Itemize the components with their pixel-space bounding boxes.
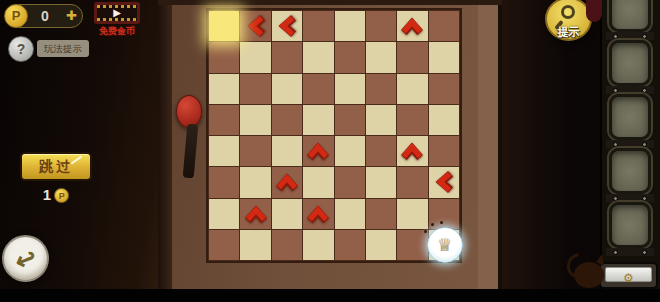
board-cell-r2c1[interactable] bbox=[240, 74, 270, 104]
board-cell-r5c5[interactable] bbox=[366, 167, 396, 197]
howto-hint-label[interactable]: 玩法提示 bbox=[37, 40, 89, 57]
board-cell-r2c3[interactable] bbox=[303, 74, 333, 104]
board-cell-r7c5[interactable] bbox=[366, 230, 396, 260]
board-cell-r2c4[interactable] bbox=[335, 74, 365, 104]
board-cell-r3c5[interactable] bbox=[366, 105, 396, 135]
free-coins-label: 免费金币 bbox=[90, 25, 144, 38]
board-cell-r0c4[interactable] bbox=[335, 11, 365, 41]
board-cell-r3c2[interactable] bbox=[272, 105, 302, 135]
board-cell-r3c0[interactable] bbox=[209, 105, 239, 135]
magnifier-icon bbox=[561, 5, 575, 19]
decor-maroon-shape bbox=[586, 0, 602, 22]
arrow-up-icon bbox=[274, 169, 300, 195]
board-cell-r1c7[interactable] bbox=[429, 42, 459, 72]
board-cell-r7c7[interactable]: ♕ bbox=[429, 230, 459, 260]
board-cell-r1c1[interactable] bbox=[240, 42, 270, 72]
add-coins-button[interactable]: ✚ bbox=[66, 5, 77, 27]
board-cell-r6c6[interactable] bbox=[397, 199, 427, 229]
board-cell-r2c6[interactable] bbox=[397, 74, 427, 104]
inventory-slot-3[interactable] bbox=[609, 94, 651, 140]
board-cell-r6c2[interactable] bbox=[272, 199, 302, 229]
plaque-face: ⚙ bbox=[605, 267, 652, 282]
board-cell-r5c7[interactable] bbox=[429, 167, 459, 197]
door-right-frame bbox=[478, 0, 502, 289]
board-cell-r6c4[interactable] bbox=[335, 199, 365, 229]
crown-icon: ♕ bbox=[437, 234, 452, 255]
board-cell-r4c5[interactable] bbox=[366, 136, 396, 166]
board-cell-r1c5[interactable] bbox=[366, 42, 396, 72]
free-coins-video-button[interactable]: ▶ bbox=[94, 2, 140, 24]
board-cell-r5c0[interactable] bbox=[209, 167, 239, 197]
rat-silhouette bbox=[562, 250, 608, 290]
skip-button[interactable]: 跳过 bbox=[20, 152, 92, 181]
board-cell-r4c4[interactable] bbox=[335, 136, 365, 166]
board-cell-r4c6[interactable] bbox=[397, 136, 427, 166]
undo-arrow-icon: ↩ bbox=[8, 235, 43, 284]
arrow-up-icon bbox=[305, 138, 331, 164]
board-cell-r4c3[interactable] bbox=[303, 136, 333, 166]
slot-connector bbox=[606, 194, 654, 202]
board-cell-r7c6[interactable] bbox=[397, 230, 427, 260]
board-cell-r6c5[interactable] bbox=[366, 199, 396, 229]
board-cell-r7c4[interactable] bbox=[335, 230, 365, 260]
p-coin-icon: P bbox=[4, 4, 28, 28]
puzzle-board-frame: ♕ bbox=[206, 8, 462, 263]
board-cell-r7c3[interactable] bbox=[303, 230, 333, 260]
board-cell-r5c3[interactable] bbox=[303, 167, 333, 197]
board-cell-r0c3[interactable] bbox=[303, 11, 333, 41]
board-cell-r1c4[interactable] bbox=[335, 42, 365, 72]
inventory-slot-4[interactable] bbox=[609, 148, 651, 194]
board-cell-r4c1[interactable] bbox=[240, 136, 270, 166]
board-cell-r5c2[interactable] bbox=[272, 167, 302, 197]
skip-cost-value: 1 bbox=[43, 186, 51, 203]
goal-crown-badge: ♕ bbox=[427, 227, 463, 263]
slot-connector bbox=[606, 86, 654, 94]
board-cell-r3c4[interactable] bbox=[335, 105, 365, 135]
board-cell-r0c0[interactable] bbox=[209, 11, 239, 41]
board-cell-r6c0[interactable] bbox=[209, 199, 239, 229]
board-cell-r1c6[interactable] bbox=[397, 42, 427, 72]
arrow-left-icon bbox=[431, 169, 457, 195]
board-cell-r4c2[interactable] bbox=[272, 136, 302, 166]
board-cell-r5c6[interactable] bbox=[397, 167, 427, 197]
board-cell-r2c7[interactable] bbox=[429, 74, 459, 104]
board-cell-r1c2[interactable] bbox=[272, 42, 302, 72]
board-cell-r0c6[interactable] bbox=[397, 11, 427, 41]
puzzle-board[interactable]: ♕ bbox=[209, 11, 459, 260]
arrow-up-icon bbox=[305, 201, 331, 227]
door-top-shadow bbox=[158, 0, 502, 5]
hint-label: 提示 bbox=[545, 25, 592, 40]
board-cell-r0c1[interactable] bbox=[240, 11, 270, 41]
board-cell-r3c3[interactable] bbox=[303, 105, 333, 135]
arrow-up-icon bbox=[399, 138, 425, 164]
board-cell-r7c2[interactable] bbox=[272, 230, 302, 260]
bottom-letterbox bbox=[0, 289, 660, 302]
board-cell-r3c7[interactable] bbox=[429, 105, 459, 135]
arrow-up-icon bbox=[243, 201, 269, 227]
inventory-slot-1[interactable] bbox=[609, 0, 651, 32]
slot-connector bbox=[606, 248, 654, 256]
board-cell-r2c2[interactable] bbox=[272, 74, 302, 104]
undo-button[interactable]: ↩ bbox=[2, 235, 49, 282]
arrow-left-icon bbox=[274, 13, 300, 39]
board-cell-r1c3[interactable] bbox=[303, 42, 333, 72]
arrow-left-icon bbox=[243, 13, 269, 39]
board-cell-r0c2[interactable] bbox=[272, 11, 302, 41]
board-cell-r7c1[interactable] bbox=[240, 230, 270, 260]
inventory-slot-2[interactable] bbox=[609, 40, 651, 86]
gear-icon: ⚙ bbox=[623, 271, 634, 285]
board-cell-r0c7[interactable] bbox=[429, 11, 459, 41]
game-scene: ♕ P 0 ✚ ▶ 免费金币 ? 玩法提示 提示 跳过 1P ↩ ⚙ bbox=[0, 0, 660, 302]
board-cell-r5c1[interactable] bbox=[240, 167, 270, 197]
p-coin-icon: P bbox=[54, 188, 69, 203]
door-left-edge bbox=[158, 0, 172, 289]
slot-connector bbox=[606, 140, 654, 148]
board-cell-r2c0[interactable] bbox=[209, 74, 239, 104]
question-mark-icon[interactable]: ? bbox=[8, 36, 34, 62]
board-cell-r0c5[interactable] bbox=[366, 11, 396, 41]
slot-connector bbox=[606, 32, 654, 40]
board-cell-r4c7[interactable] bbox=[429, 136, 459, 166]
board-cell-r5c4[interactable] bbox=[335, 167, 365, 197]
board-cell-r3c6[interactable] bbox=[397, 105, 427, 135]
board-cell-r1c0[interactable] bbox=[209, 42, 239, 72]
skip-cost: 1P bbox=[20, 186, 92, 203]
board-cell-r3c1[interactable] bbox=[240, 105, 270, 135]
coin-counter: P 0 ✚ bbox=[5, 4, 83, 28]
button-shine bbox=[71, 155, 83, 164]
coin-value: 0 bbox=[30, 5, 60, 27]
inventory-slot-5[interactable] bbox=[609, 202, 651, 248]
board-cell-r6c3[interactable] bbox=[303, 199, 333, 229]
filmstrip-bottom bbox=[97, 18, 137, 21]
board-cell-r4c0[interactable] bbox=[209, 136, 239, 166]
play-video-icon: ▶ bbox=[97, 7, 137, 18]
arrow-up-icon bbox=[399, 13, 425, 39]
inventory-sidebar bbox=[606, 0, 654, 256]
board-cell-r6c1[interactable] bbox=[240, 199, 270, 229]
board-cell-r2c5[interactable] bbox=[366, 74, 396, 104]
board-cell-r7c0[interactable] bbox=[209, 230, 239, 260]
skip-label: 跳过 bbox=[39, 158, 73, 174]
